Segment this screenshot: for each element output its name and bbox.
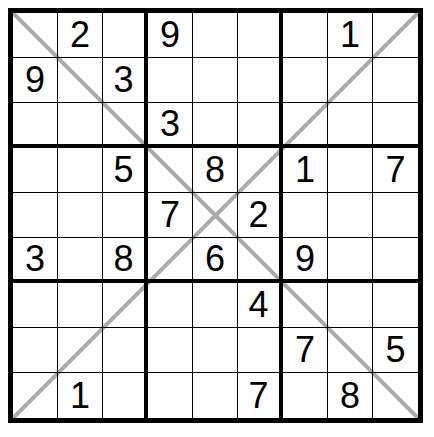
cell-r2c6[interactable] [238, 58, 283, 103]
cell-r2c5[interactable] [193, 58, 238, 103]
cell-r7c3[interactable] [103, 283, 148, 328]
cell-r1c7[interactable] [283, 13, 328, 58]
cell-r9c6[interactable]: 7 [238, 373, 283, 418]
cell-r5c6[interactable]: 2 [238, 193, 283, 238]
cell-r7c2[interactable] [58, 283, 103, 328]
cell-r4c5[interactable]: 8 [193, 148, 238, 193]
cell-r8c5[interactable] [193, 328, 238, 373]
cell-r3c6[interactable] [238, 103, 283, 148]
cell-r6c8[interactable] [328, 238, 373, 283]
cell-r9c4[interactable] [148, 373, 193, 418]
cell-r5c5[interactable] [193, 193, 238, 238]
cell-r9c3[interactable] [103, 373, 148, 418]
cell-r8c2[interactable] [58, 328, 103, 373]
cell-r3c7[interactable] [283, 103, 328, 148]
cell-r7c5[interactable] [193, 283, 238, 328]
cell-r5c8[interactable] [328, 193, 373, 238]
cell-r8c7[interactable]: 7 [283, 328, 328, 373]
cell-r7c8[interactable] [328, 283, 373, 328]
cell-r1c2[interactable]: 2 [58, 13, 103, 58]
cell-r9c1[interactable] [13, 373, 58, 418]
cell-r1c9[interactable] [373, 13, 418, 58]
cell-r8c6[interactable] [238, 328, 283, 373]
cell-r5c2[interactable] [58, 193, 103, 238]
cell-r5c4[interactable]: 7 [148, 193, 193, 238]
cell-r3c1[interactable] [13, 103, 58, 148]
cell-r8c4[interactable] [148, 328, 193, 373]
cell-r6c7[interactable]: 9 [283, 238, 328, 283]
cell-r9c9[interactable] [373, 373, 418, 418]
cell-r4c2[interactable] [58, 148, 103, 193]
cell-r2c7[interactable] [283, 58, 328, 103]
sudoku-grid: 2919335817723869475178 [13, 13, 418, 418]
cell-r6c1[interactable]: 3 [13, 238, 58, 283]
cell-r2c4[interactable] [148, 58, 193, 103]
cell-r5c7[interactable] [283, 193, 328, 238]
cell-r6c3[interactable]: 8 [103, 238, 148, 283]
cell-r6c9[interactable] [373, 238, 418, 283]
cell-r6c6[interactable] [238, 238, 283, 283]
cell-r9c2[interactable]: 1 [58, 373, 103, 418]
cell-r4c8[interactable] [328, 148, 373, 193]
page: 2919335817723869475178 [0, 0, 434, 437]
sudoku-board: 2919335817723869475178 [8, 8, 423, 423]
cell-r3c3[interactable] [103, 103, 148, 148]
cell-r3c4[interactable]: 3 [148, 103, 193, 148]
cell-r4c1[interactable] [13, 148, 58, 193]
cell-r4c3[interactable]: 5 [103, 148, 148, 193]
cell-r1c5[interactable] [193, 13, 238, 58]
cell-r8c1[interactable] [13, 328, 58, 373]
cell-r5c9[interactable] [373, 193, 418, 238]
cell-r1c6[interactable] [238, 13, 283, 58]
cell-r4c4[interactable] [148, 148, 193, 193]
cell-r2c9[interactable] [373, 58, 418, 103]
cell-r7c4[interactable] [148, 283, 193, 328]
cell-r6c4[interactable] [148, 238, 193, 283]
cell-r5c3[interactable] [103, 193, 148, 238]
cell-r2c3[interactable]: 3 [103, 58, 148, 103]
cell-r4c6[interactable] [238, 148, 283, 193]
cell-r3c8[interactable] [328, 103, 373, 148]
cell-r1c8[interactable]: 1 [328, 13, 373, 58]
cell-r6c5[interactable]: 6 [193, 238, 238, 283]
cell-r7c1[interactable] [13, 283, 58, 328]
cell-r9c5[interactable] [193, 373, 238, 418]
cell-r7c7[interactable] [283, 283, 328, 328]
cell-r5c1[interactable] [13, 193, 58, 238]
cell-r1c1[interactable] [13, 13, 58, 58]
cell-r6c2[interactable] [58, 238, 103, 283]
cell-r9c7[interactable] [283, 373, 328, 418]
cell-r1c3[interactable] [103, 13, 148, 58]
cell-r4c9[interactable]: 7 [373, 148, 418, 193]
cell-r3c5[interactable] [193, 103, 238, 148]
cell-r4c7[interactable]: 1 [283, 148, 328, 193]
cell-r7c6[interactable]: 4 [238, 283, 283, 328]
cell-r8c9[interactable]: 5 [373, 328, 418, 373]
cell-r9c8[interactable]: 8 [328, 373, 373, 418]
cell-r8c3[interactable] [103, 328, 148, 373]
cell-r2c1[interactable]: 9 [13, 58, 58, 103]
cell-r8c8[interactable] [328, 328, 373, 373]
cell-r7c9[interactable] [373, 283, 418, 328]
cell-r1c4[interactable]: 9 [148, 13, 193, 58]
cell-r3c9[interactable] [373, 103, 418, 148]
cell-r3c2[interactable] [58, 103, 103, 148]
cell-r2c2[interactable] [58, 58, 103, 103]
cell-r2c8[interactable] [328, 58, 373, 103]
